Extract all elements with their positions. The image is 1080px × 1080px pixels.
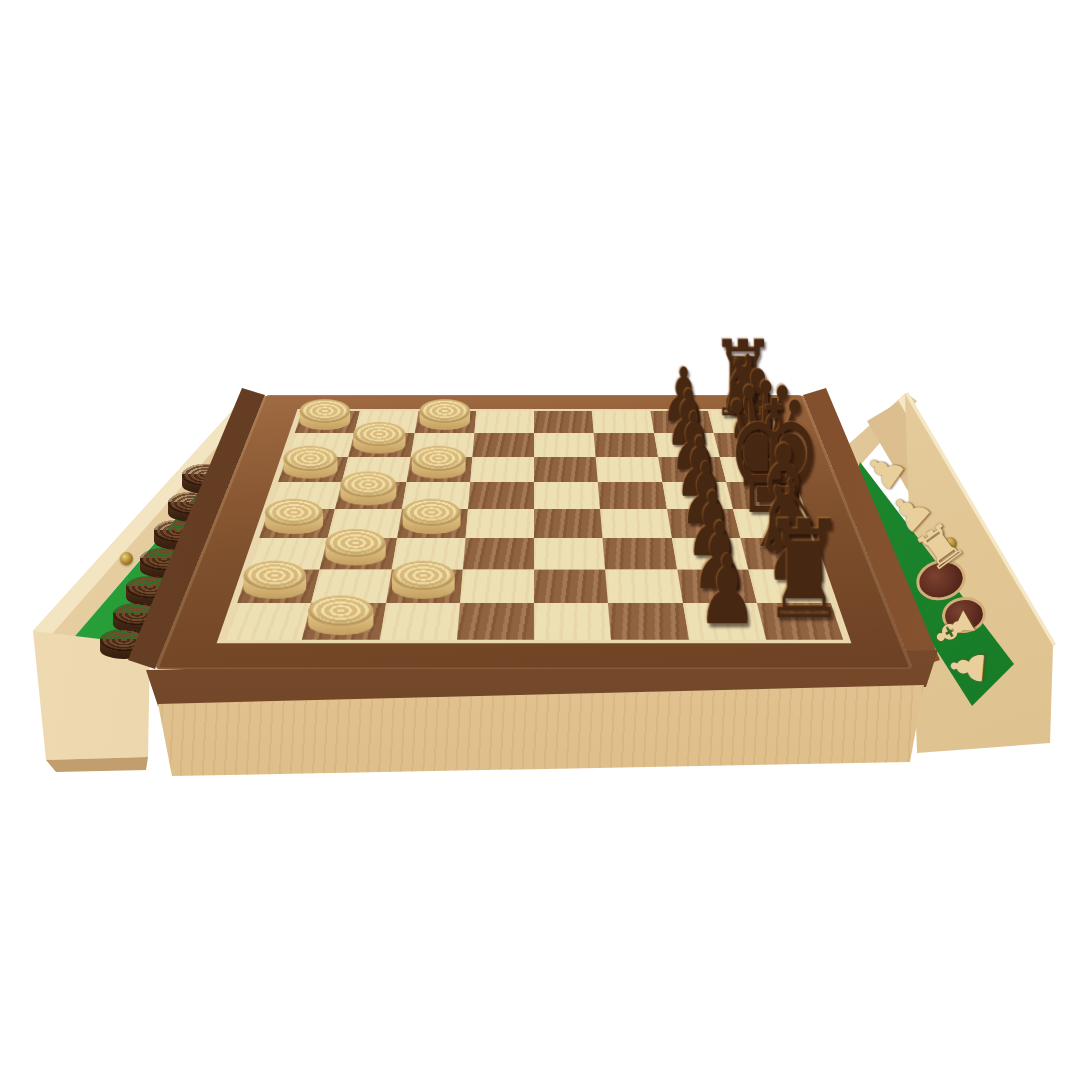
- square-a1[interactable]: [225, 603, 312, 640]
- board-grid: ♟♜♟♞♟♝♟♛♟♚♟♝♟♞♟♜: [225, 411, 843, 640]
- square-e2[interactable]: [534, 569, 608, 603]
- square-f8[interactable]: [592, 411, 654, 433]
- square-f4[interactable]: [600, 509, 671, 538]
- square-a8[interactable]: [295, 411, 360, 433]
- square-b1[interactable]: [302, 603, 385, 640]
- brass-screw-icon: [120, 552, 133, 565]
- square-e4[interactable]: [534, 509, 603, 538]
- product-photo-scene: ♟♟♜♝♟ ♟♜♟♞♟♝♟♛♟♚♟♝♟♞♟♜: [0, 0, 1080, 1080]
- square-h1[interactable]: ♜: [757, 603, 844, 640]
- square-f2[interactable]: [605, 569, 682, 603]
- square-d2[interactable]: [460, 569, 534, 603]
- checker-light-a4[interactable]: [265, 499, 323, 536]
- square-f3[interactable]: [603, 538, 677, 569]
- square-c6[interactable]: [406, 457, 472, 482]
- square-b5[interactable]: [335, 482, 406, 509]
- square-c8[interactable]: [414, 411, 476, 433]
- square-e8[interactable]: [534, 411, 594, 433]
- square-b3[interactable]: [320, 538, 397, 569]
- square-c1[interactable]: [379, 603, 459, 640]
- checker-light-b7[interactable]: [354, 422, 406, 456]
- square-e1[interactable]: [534, 603, 611, 640]
- piece-rook-h1[interactable]: ♜: [761, 503, 847, 639]
- checker-light-a2[interactable]: [244, 561, 307, 601]
- checker-light-b3[interactable]: [326, 529, 386, 568]
- drawer-piece-pawn: ♟: [944, 645, 991, 688]
- square-e3[interactable]: [534, 538, 605, 569]
- square-g1[interactable]: ♟: [682, 603, 765, 640]
- square-c4[interactable]: [397, 509, 468, 538]
- square-d7[interactable]: [472, 433, 534, 457]
- square-d5[interactable]: [468, 482, 534, 509]
- maple-border: ♟♜♟♞♟♝♟♛♟♚♟♝♟♞♟♜: [217, 409, 852, 643]
- square-a6[interactable]: [278, 457, 348, 482]
- square-e7[interactable]: [534, 433, 596, 457]
- square-d3[interactable]: [463, 538, 534, 569]
- checker-light-c8[interactable]: [419, 399, 469, 431]
- square-f6[interactable]: [596, 457, 662, 482]
- checker-light-c2[interactable]: [392, 561, 455, 601]
- square-c2[interactable]: [386, 569, 463, 603]
- square-d8[interactable]: [474, 411, 534, 433]
- checker-light-c6[interactable]: [411, 446, 465, 481]
- walnut-frame: ♟♜♟♞♟♝♟♛♟♚♟♝♟♞♟♜: [155, 395, 914, 669]
- checker-light-b1[interactable]: [309, 595, 374, 637]
- square-d1[interactable]: [457, 603, 534, 640]
- square-a4[interactable]: [259, 509, 335, 538]
- square-e5[interactable]: [534, 482, 600, 509]
- square-e6[interactable]: [534, 457, 598, 482]
- piece-pawn-g1[interactable]: ♟: [697, 543, 758, 639]
- square-d4[interactable]: [465, 509, 534, 538]
- square-b7[interactable]: [349, 433, 415, 457]
- checker-light-a8[interactable]: [300, 399, 350, 431]
- square-f1[interactable]: [608, 603, 688, 640]
- checker-light-a6[interactable]: [284, 446, 338, 481]
- square-f5[interactable]: [598, 482, 667, 509]
- checker-light-c4[interactable]: [402, 499, 460, 536]
- square-f7[interactable]: [594, 433, 658, 457]
- checker-light-b5[interactable]: [341, 471, 397, 507]
- chessboard: ♟♜♟♞♟♝♟♛♟♚♟♝♟♞♟♜: [155, 395, 914, 669]
- square-d6[interactable]: [470, 457, 534, 482]
